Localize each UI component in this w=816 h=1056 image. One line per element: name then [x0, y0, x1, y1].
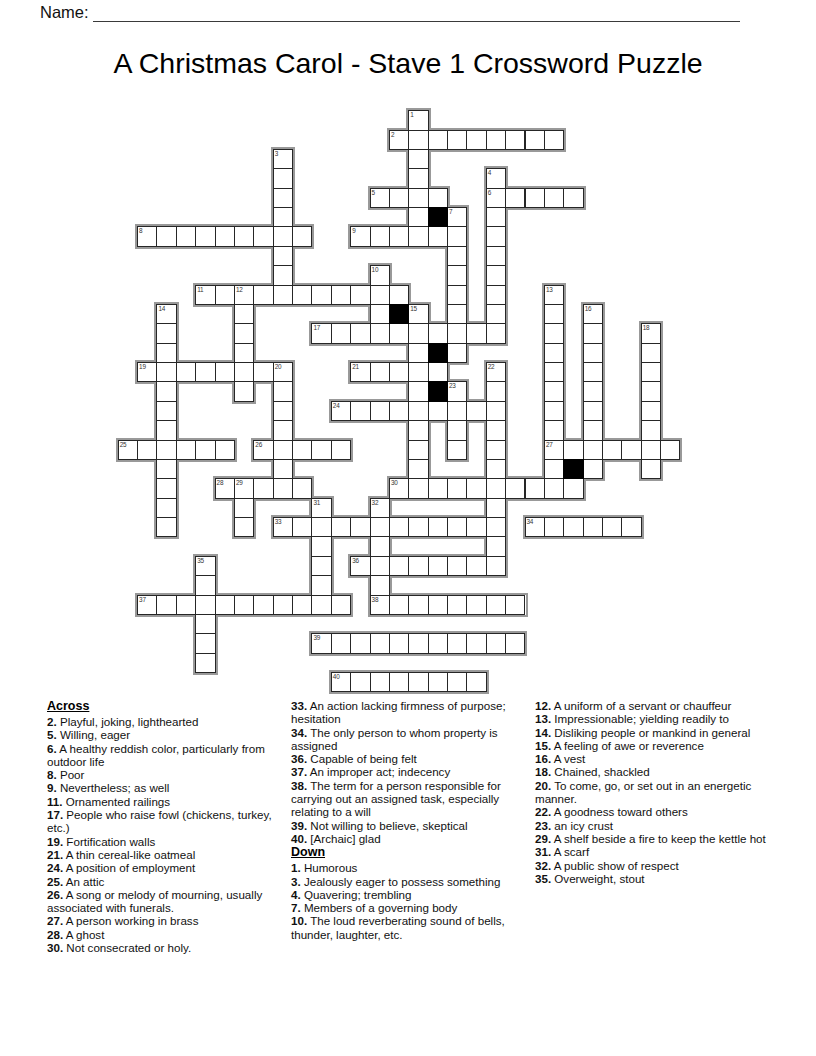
grid-cell[interactable] [273, 459, 293, 479]
grid-cell[interactable] [292, 440, 312, 460]
grid-cell[interactable] [273, 207, 293, 227]
grid-cell[interactable] [331, 517, 351, 537]
grid-cell[interactable] [408, 343, 428, 363]
grid-cell[interactable] [389, 556, 409, 576]
grid-cell[interactable] [176, 362, 196, 382]
grid-cell[interactable] [156, 401, 176, 421]
grid-cell[interactable] [370, 517, 390, 537]
grid-cell[interactable] [447, 595, 467, 615]
grid-cell[interactable] [234, 362, 254, 382]
grid-cell[interactable] [641, 420, 661, 440]
grid-cell[interactable]: 31 [311, 498, 331, 518]
grid-cell[interactable] [408, 556, 428, 576]
grid-cell[interactable] [544, 304, 564, 324]
grid-cell[interactable]: 16 [583, 304, 603, 324]
grid-cell[interactable] [195, 653, 215, 673]
grid-cell[interactable] [641, 440, 661, 460]
clue-1: 1. Humorous [291, 861, 532, 874]
cell-number: 37 [139, 596, 146, 603]
grid-cell[interactable] [583, 323, 603, 343]
grid-cell[interactable] [544, 478, 564, 498]
grid-cell[interactable] [311, 536, 331, 556]
grid-cell[interactable] [156, 459, 176, 479]
grid-cell[interactable]: 33 [273, 517, 293, 537]
grid-cell[interactable] [486, 246, 506, 266]
grid-cell[interactable] [176, 595, 196, 615]
grid-cell[interactable] [156, 517, 176, 537]
grid-cell[interactable] [350, 633, 370, 653]
grid-cell[interactable] [273, 478, 293, 498]
grid-cell[interactable] [544, 362, 564, 382]
grid-cell[interactable] [292, 517, 312, 537]
grid-cell[interactable] [428, 633, 448, 653]
grid-cell[interactable] [408, 168, 428, 188]
grid-cell[interactable] [137, 440, 157, 460]
grid-cell[interactable] [195, 595, 215, 615]
grid-cell[interactable] [273, 420, 293, 440]
grid-cell[interactable] [253, 595, 273, 615]
grid-cell[interactable] [408, 226, 428, 246]
grid-cell[interactable] [253, 285, 273, 305]
grid-cell[interactable] [234, 381, 254, 401]
grid-cell[interactable] [156, 478, 176, 498]
grid-cell[interactable]: 34 [525, 517, 545, 537]
grid-cell[interactable] [486, 536, 506, 556]
grid-cell[interactable] [583, 420, 603, 440]
grid-cell[interactable] [486, 304, 506, 324]
grid-cell[interactable] [544, 188, 564, 208]
grid-cell[interactable] [156, 381, 176, 401]
grid-cell[interactable] [583, 362, 603, 382]
grid-cell[interactable]: 4 [486, 168, 506, 188]
grid-cell[interactable] [525, 188, 545, 208]
grid-cell[interactable]: 8 [137, 226, 157, 246]
grid-cell[interactable] [408, 633, 428, 653]
clue-4: 4. Quavering; trembling [291, 888, 532, 901]
grid-cell[interactable] [234, 498, 254, 518]
grid-cell[interactable] [447, 304, 467, 324]
grid-cell[interactable] [408, 323, 428, 343]
grid-cell[interactable]: 23 [447, 381, 467, 401]
grid-cell[interactable]: 28 [215, 478, 235, 498]
grid-cell[interactable] [563, 188, 583, 208]
grid-cell[interactable] [486, 517, 506, 537]
grid-cell[interactable]: 30 [389, 478, 409, 498]
grid-cell[interactable]: 40 [331, 672, 351, 692]
grid-cell[interactable] [525, 130, 545, 150]
grid-cell[interactable]: 11 [195, 285, 215, 305]
grid-cell[interactable] [544, 381, 564, 401]
grid-cell[interactable] [408, 207, 428, 227]
grid-cell[interactable] [544, 323, 564, 343]
black-cell [563, 459, 583, 479]
grid-cell[interactable] [156, 440, 176, 460]
grid-cell[interactable] [156, 323, 176, 343]
cell-number: 26 [255, 441, 262, 448]
grid-cell[interactable] [583, 381, 603, 401]
grid-cell[interactable] [583, 343, 603, 363]
grid-cell[interactable] [389, 362, 409, 382]
grid-cell[interactable]: 9 [350, 226, 370, 246]
grid-cell[interactable] [215, 226, 235, 246]
grid-cell[interactable] [505, 595, 525, 615]
grid-cell[interactable]: 20 [273, 362, 293, 382]
clue-20: 20. To come, go, or set out in an energe… [535, 779, 788, 806]
grid-cell[interactable] [234, 304, 254, 324]
cell-number: 27 [546, 441, 553, 448]
grid-cell[interactable] [370, 401, 390, 421]
grid-cell[interactable] [428, 226, 448, 246]
grid-cell[interactable] [370, 362, 390, 382]
cell-number: 20 [275, 363, 282, 370]
grid-cell[interactable] [428, 362, 448, 382]
grid-cell[interactable] [195, 362, 215, 382]
grid-cell[interactable] [486, 595, 506, 615]
grid-cell[interactable] [176, 226, 196, 246]
grid-cell[interactable] [563, 440, 583, 460]
grid-cell[interactable] [486, 440, 506, 460]
grid-cell[interactable] [563, 517, 583, 537]
grid-cell[interactable] [505, 633, 525, 653]
grid-cell[interactable] [428, 323, 448, 343]
grid-cell[interactable] [215, 440, 235, 460]
grid-cell[interactable] [370, 304, 390, 324]
grid-cell[interactable] [641, 459, 661, 479]
grid-cell[interactable]: 18 [641, 323, 661, 343]
grid-cell[interactable] [389, 188, 409, 208]
grid-cell[interactable] [273, 285, 293, 305]
grid-cell[interactable] [370, 672, 390, 692]
grid-cell[interactable] [466, 478, 486, 498]
grid-cell[interactable]: 3 [273, 149, 293, 169]
grid-cell[interactable] [486, 498, 506, 518]
grid-cell[interactable] [602, 517, 622, 537]
grid-cell[interactable] [466, 517, 486, 537]
grid-cell[interactable] [370, 633, 390, 653]
grid-cell[interactable]: 29 [234, 478, 254, 498]
grid-cell[interactable]: 6 [486, 188, 506, 208]
grid-cell[interactable] [215, 285, 235, 305]
grid-cell[interactable] [602, 440, 622, 460]
grid-cell[interactable] [331, 440, 351, 460]
clues-header-down: Down [291, 845, 532, 859]
grid-cell[interactable] [311, 285, 331, 305]
grid-cell[interactable] [408, 188, 428, 208]
grid-cell[interactable] [428, 517, 448, 537]
grid-cell[interactable] [370, 323, 390, 343]
grid-cell[interactable] [447, 343, 467, 363]
grid-cell[interactable] [389, 226, 409, 246]
grid-cell[interactable] [641, 343, 661, 363]
grid-cell[interactable] [641, 381, 661, 401]
grid-cell[interactable] [447, 401, 467, 421]
grid-cell[interactable] [486, 401, 506, 421]
grid-cell[interactable] [234, 226, 254, 246]
grid-cell[interactable] [350, 401, 370, 421]
grid-cell[interactable] [621, 440, 641, 460]
grid-cell[interactable] [253, 362, 273, 382]
grid-cell[interactable] [408, 130, 428, 150]
grid-cell[interactable] [408, 381, 428, 401]
grid-cell[interactable] [408, 517, 428, 537]
grid-cell[interactable] [486, 226, 506, 246]
grid-cell[interactable]: 27 [544, 440, 564, 460]
grid-cell[interactable]: 5 [370, 188, 390, 208]
grid-cell[interactable] [447, 440, 467, 460]
grid-cell[interactable] [544, 459, 564, 479]
grid-cell[interactable] [505, 478, 525, 498]
grid-cell[interactable] [195, 633, 215, 653]
grid-cell[interactable]: 26 [253, 440, 273, 460]
grid-cell[interactable] [253, 226, 273, 246]
grid-cell[interactable] [273, 265, 293, 285]
grid-cell[interactable] [486, 207, 506, 227]
grid-cell[interactable] [234, 343, 254, 363]
grid-cell[interactable] [583, 401, 603, 421]
grid-cell[interactable] [486, 420, 506, 440]
grid-cell[interactable] [389, 401, 409, 421]
clue-5: 5. Willing, eager [47, 728, 290, 741]
grid-cell[interactable] [486, 556, 506, 576]
grid-cell[interactable] [311, 440, 331, 460]
grid-cell[interactable] [408, 672, 428, 692]
grid-cell[interactable] [311, 556, 331, 576]
grid-cell[interactable] [408, 478, 428, 498]
grid-cell[interactable] [389, 517, 409, 537]
clues-header-across: Across [47, 699, 290, 713]
grid-cell[interactable]: 14 [156, 304, 176, 324]
grid-cell[interactable] [389, 672, 409, 692]
grid-cell[interactable] [486, 459, 506, 479]
grid-cell[interactable] [428, 130, 448, 150]
grid-cell[interactable] [641, 401, 661, 421]
grid-cell[interactable]: 7 [447, 207, 467, 227]
grid-cell[interactable]: 17 [311, 323, 331, 343]
grid-cell[interactable]: 12 [234, 285, 254, 305]
cell-number: 28 [217, 479, 224, 486]
cell-number: 5 [372, 189, 375, 196]
grid-cell[interactable] [350, 285, 370, 305]
grid-cell[interactable] [486, 265, 506, 285]
grid-cell[interactable] [156, 595, 176, 615]
grid-cell[interactable] [389, 285, 409, 305]
grid-cell[interactable]: 19 [137, 362, 157, 382]
grid-cell[interactable] [408, 595, 428, 615]
cell-number: 21 [352, 363, 359, 370]
clue-26: 26. A song or melody of mourning, usuall… [47, 888, 290, 915]
grid-cell[interactable] [447, 478, 467, 498]
grid-cell[interactable] [156, 498, 176, 518]
grid-cell[interactable] [563, 478, 583, 498]
grid-cell[interactable] [428, 188, 448, 208]
grid-cell[interactable] [447, 633, 467, 653]
clue-11: 11. Ornamented railings [47, 795, 290, 808]
grid-cell[interactable] [428, 401, 448, 421]
cell-number: 23 [449, 382, 456, 389]
grid-cell[interactable]: 22 [486, 362, 506, 382]
grid-cell[interactable] [447, 517, 467, 537]
grid-cell[interactable] [370, 575, 390, 595]
grid-cell[interactable] [428, 478, 448, 498]
grid-cell[interactable] [408, 149, 428, 169]
grid-cell[interactable] [486, 130, 506, 150]
clue-30: 30. Not consecrated or holy. [47, 941, 290, 954]
grid-cell[interactable] [292, 595, 312, 615]
grid-cell[interactable] [408, 440, 428, 460]
grid-cell[interactable] [447, 226, 467, 246]
grid-cell[interactable] [466, 672, 486, 692]
grid-cell[interactable] [447, 285, 467, 305]
grid-cell[interactable] [486, 285, 506, 305]
grid-cell[interactable]: 15 [408, 304, 428, 324]
grid-cell[interactable] [273, 401, 293, 421]
grid-cell[interactable] [466, 633, 486, 653]
grid-cell[interactable] [544, 343, 564, 363]
grid-cell[interactable] [466, 556, 486, 576]
grid-cell[interactable] [234, 323, 254, 343]
grid-cell[interactable] [583, 440, 603, 460]
grid-cell[interactable] [408, 420, 428, 440]
grid-cell[interactable] [350, 323, 370, 343]
grid-cell[interactable]: 35 [195, 556, 215, 576]
grid-cell[interactable] [195, 575, 215, 595]
grid-cell[interactable] [583, 517, 603, 537]
grid-cell[interactable] [641, 362, 661, 382]
grid-cell[interactable] [583, 459, 603, 479]
grid-cell[interactable] [447, 246, 467, 266]
grid-cell[interactable] [486, 478, 506, 498]
grid-cell[interactable] [486, 381, 506, 401]
clue-15: 15. A feeling of awe or reverence [535, 739, 788, 752]
grid-cell[interactable] [544, 420, 564, 440]
grid-cell[interactable] [273, 246, 293, 266]
grid-cell[interactable] [292, 478, 312, 498]
grid-cell[interactable]: 2 [389, 130, 409, 150]
grid-cell[interactable]: 21 [350, 362, 370, 382]
grid-cell[interactable] [331, 633, 351, 653]
grid-cell[interactable]: 36 [350, 556, 370, 576]
grid-cell[interactable]: 37 [137, 595, 157, 615]
grid-cell[interactable] [447, 556, 467, 576]
cell-number: 36 [352, 557, 359, 564]
grid-cell[interactable] [544, 401, 564, 421]
grid-cell[interactable] [389, 323, 409, 343]
grid-cell[interactable] [311, 595, 331, 615]
grid-cell[interactable] [466, 401, 486, 421]
grid-cell[interactable] [215, 595, 235, 615]
grid-cell[interactable] [350, 672, 370, 692]
grid-cell[interactable] [370, 285, 390, 305]
grid-cell[interactable] [447, 130, 467, 150]
clue-10: 10. The loud reverberating sound of bell… [291, 914, 532, 941]
grid-cell[interactable] [156, 420, 176, 440]
grid-cell[interactable] [311, 575, 331, 595]
grid-cell[interactable] [234, 517, 254, 537]
grid-cell[interactable] [447, 265, 467, 285]
grid-cell[interactable]: 32 [370, 498, 390, 518]
cell-number: 22 [488, 363, 495, 370]
grid-cell[interactable] [292, 285, 312, 305]
grid-cell[interactable] [273, 440, 293, 460]
grid-cell[interactable] [350, 517, 370, 537]
grid-cell[interactable] [486, 633, 506, 653]
grid-cell[interactable] [273, 188, 293, 208]
grid-cell[interactable] [389, 595, 409, 615]
grid-cell[interactable] [466, 130, 486, 150]
grid-cell[interactable]: 24 [331, 401, 351, 421]
grid-cell[interactable] [428, 595, 448, 615]
grid-cell[interactable] [292, 226, 312, 246]
grid-cell[interactable] [428, 672, 448, 692]
grid-cell[interactable] [176, 440, 196, 460]
grid-cell[interactable] [370, 536, 390, 556]
grid-cell[interactable] [505, 188, 525, 208]
clue-18: 18. Chained, shackled [535, 765, 788, 778]
grid-cell[interactable] [273, 168, 293, 188]
grid-cell[interactable] [195, 614, 215, 634]
grid-cell[interactable] [156, 343, 176, 363]
grid-cell[interactable] [466, 323, 486, 343]
grid-cell[interactable] [408, 459, 428, 479]
grid-cell[interactable] [331, 323, 351, 343]
grid-cell[interactable] [660, 440, 680, 460]
clue-16: 16. A vest [535, 752, 788, 765]
grid-cell[interactable] [195, 226, 215, 246]
grid-cell[interactable] [273, 595, 293, 615]
grid-cell[interactable] [486, 323, 506, 343]
grid-cell[interactable] [273, 381, 293, 401]
grid-cell[interactable]: 25 [118, 440, 138, 460]
grid-cell[interactable] [447, 672, 467, 692]
grid-cell[interactable] [428, 556, 448, 576]
clue-21: 21. A thin cereal-like oatmeal [47, 848, 290, 861]
grid-cell[interactable] [408, 362, 428, 382]
grid-cell[interactable] [253, 478, 273, 498]
grid-cell[interactable] [215, 362, 235, 382]
grid-cell[interactable]: 10 [370, 265, 390, 285]
grid-cell[interactable] [234, 595, 254, 615]
grid-cell[interactable] [447, 420, 467, 440]
grid-cell[interactable] [505, 130, 525, 150]
grid-cell[interactable] [273, 226, 293, 246]
grid-cell[interactable] [389, 633, 409, 653]
grid-cell[interactable] [156, 362, 176, 382]
grid-cell[interactable] [311, 517, 331, 537]
grid-cell[interactable] [370, 226, 390, 246]
grid-cell[interactable] [331, 595, 351, 615]
grid-cell[interactable] [544, 517, 564, 537]
grid-cell[interactable] [156, 226, 176, 246]
grid-cell[interactable]: 38 [370, 595, 390, 615]
grid-cell[interactable] [331, 285, 351, 305]
clue-column-1: Across2. Playful, joking, lighthearted5.… [47, 699, 290, 954]
grid-cell[interactable] [447, 323, 467, 343]
clue-column-3: 12. A uniform of a servant or chauffeur1… [535, 699, 788, 885]
clue-31: 31. A scarf [535, 845, 788, 858]
grid-cell[interactable]: 39 [311, 633, 331, 653]
grid-cell[interactable]: 1 [408, 110, 428, 130]
cell-number: 13 [546, 286, 553, 293]
grid-cell[interactable] [621, 517, 641, 537]
grid-cell[interactable] [408, 401, 428, 421]
grid-cell[interactable] [195, 440, 215, 460]
grid-cell[interactable] [466, 595, 486, 615]
grid-cell[interactable] [370, 556, 390, 576]
grid-cell[interactable] [525, 478, 545, 498]
grid-cell[interactable]: 13 [544, 285, 564, 305]
worksheet-page: Name: A Christmas Carol - Stave 1 Crossw… [0, 0, 816, 1056]
grid-cell[interactable] [544, 130, 564, 150]
